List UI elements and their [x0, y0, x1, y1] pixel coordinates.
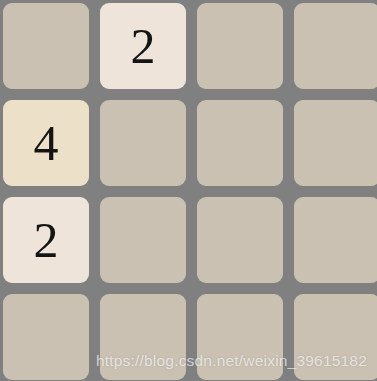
watermark: https://blog.csdn.net/weixin_39615182: [96, 352, 367, 370]
tile-2: 2: [3, 197, 89, 283]
tile-empty: [294, 3, 377, 89]
tile-empty: [294, 197, 377, 283]
tile-2: 2: [100, 3, 186, 89]
tile-empty: [197, 100, 283, 186]
tile-empty: [3, 3, 89, 89]
tile-4: 4: [3, 100, 89, 186]
tile-empty: [197, 3, 283, 89]
tile-empty: [3, 294, 89, 380]
tile-empty: [294, 100, 377, 186]
tile-empty: [100, 197, 186, 283]
game-screen: 242 https://blog.csdn.net/weixin_3961518…: [0, 0, 377, 381]
tile-empty: [197, 197, 283, 283]
tile-empty: [100, 100, 186, 186]
board-2048[interactable]: 242: [3, 3, 377, 380]
